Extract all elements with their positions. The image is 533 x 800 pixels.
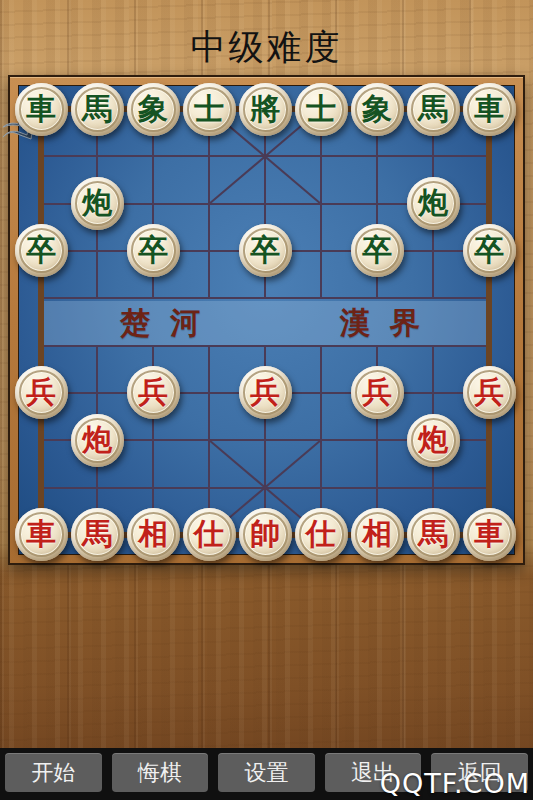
piece-red-general[interactable]: 帥 [239, 508, 292, 561]
xiangqi-board[interactable]: 楚河 漢界 車馬象士將士象馬車炮炮卒卒卒卒卒兵兵兵兵兵炮炮車馬相仕帥仕相馬車 [8, 75, 525, 565]
piece-red-soldier[interactable]: 兵 [239, 366, 292, 419]
piece-black-advisor[interactable]: 士 [295, 83, 348, 136]
piece-red-chariot[interactable]: 車 [463, 508, 516, 561]
undo-button[interactable]: 悔棋 [112, 753, 209, 792]
piece-black-cannon[interactable]: 炮 [407, 177, 460, 230]
piece-black-advisor[interactable]: 士 [183, 83, 236, 136]
piece-red-soldier[interactable]: 兵 [15, 366, 68, 419]
piece-black-elephant[interactable]: 象 [127, 83, 180, 136]
piece-black-elephant[interactable]: 象 [351, 83, 404, 136]
settings-button[interactable]: 设置 [218, 753, 315, 792]
piece-red-horse[interactable]: 馬 [71, 508, 124, 561]
piece-red-elephant[interactable]: 相 [351, 508, 404, 561]
piece-black-soldier[interactable]: 卒 [127, 224, 180, 277]
piece-red-soldier[interactable]: 兵 [127, 366, 180, 419]
piece-black-soldier[interactable]: 卒 [351, 224, 404, 277]
piece-red-chariot[interactable]: 車 [15, 508, 68, 561]
piece-red-advisor[interactable]: 仕 [295, 508, 348, 561]
piece-red-elephant[interactable]: 相 [127, 508, 180, 561]
start-button[interactable]: 开始 [5, 753, 102, 792]
piece-red-soldier[interactable]: 兵 [463, 366, 516, 419]
piece-black-horse[interactable]: 馬 [407, 83, 460, 136]
piece-black-soldier[interactable]: 卒 [239, 224, 292, 277]
piece-red-advisor[interactable]: 仕 [183, 508, 236, 561]
piece-black-cannon[interactable]: 炮 [71, 177, 124, 230]
piece-red-cannon[interactable]: 炮 [71, 414, 124, 467]
piece-black-soldier[interactable]: 卒 [15, 224, 68, 277]
piece-red-cannon[interactable]: 炮 [407, 414, 460, 467]
piece-black-soldier[interactable]: 卒 [463, 224, 516, 277]
game-screen: 中级难度 [0, 0, 533, 800]
watermark: QQTF.COM [380, 768, 530, 799]
pieces-layer: 車馬象士將士象馬車炮炮卒卒卒卒卒兵兵兵兵兵炮炮車馬相仕帥仕相馬車 [10, 77, 523, 563]
piece-black-chariot[interactable]: 車 [463, 83, 516, 136]
piece-red-soldier[interactable]: 兵 [351, 366, 404, 419]
difficulty-title: 中级难度 [0, 24, 533, 71]
piece-black-chariot[interactable]: 車 [15, 83, 68, 136]
piece-black-horse[interactable]: 馬 [71, 83, 124, 136]
piece-black-general[interactable]: 將 [239, 83, 292, 136]
piece-red-horse[interactable]: 馬 [407, 508, 460, 561]
